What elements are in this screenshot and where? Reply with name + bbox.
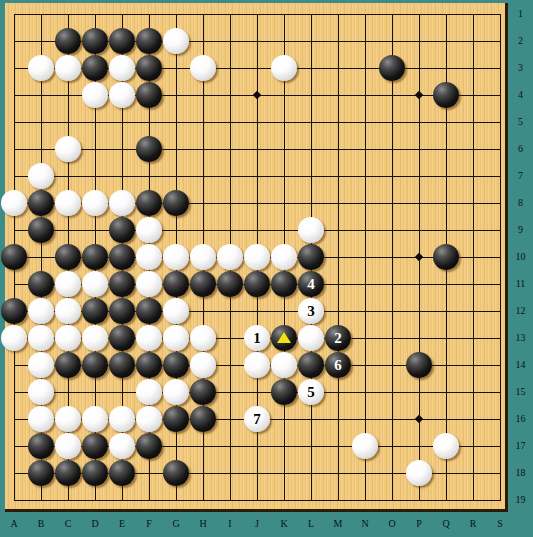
row-label-14: 14 xyxy=(510,359,531,371)
column-label-Q: Q xyxy=(439,517,453,530)
row-label-2: 2 xyxy=(510,35,531,47)
stone-white-J14[interactable] xyxy=(244,352,270,378)
column-label-C: C xyxy=(61,517,75,530)
move-number-3: 3 xyxy=(298,298,324,324)
stone-black-G16[interactable] xyxy=(163,406,189,432)
stone-white-E17[interactable] xyxy=(109,433,135,459)
stone-white-J13[interactable]: 1 xyxy=(244,325,270,351)
row-label-12: 12 xyxy=(510,305,531,317)
row-label-13: 13 xyxy=(510,332,531,344)
grid-line-horizontal-19 xyxy=(14,500,501,501)
star-point-P4 xyxy=(415,91,423,99)
stone-white-L15[interactable]: 5 xyxy=(298,379,324,405)
stone-white-C3[interactable] xyxy=(55,55,81,81)
stone-white-C8[interactable] xyxy=(55,190,81,216)
stone-black-D18[interactable] xyxy=(82,460,108,486)
stone-black-F6[interactable] xyxy=(136,136,162,162)
stone-black-G8[interactable] xyxy=(163,190,189,216)
stone-white-J16[interactable]: 7 xyxy=(244,406,270,432)
stone-white-L12[interactable]: 3 xyxy=(298,298,324,324)
stone-white-K14[interactable] xyxy=(271,352,297,378)
stone-white-E16[interactable] xyxy=(109,406,135,432)
column-label-N: N xyxy=(358,517,372,530)
column-label-R: R xyxy=(466,517,480,530)
row-label-19: 19 xyxy=(510,494,531,506)
stone-white-G12[interactable] xyxy=(163,298,189,324)
stone-white-D8[interactable] xyxy=(82,190,108,216)
stone-white-C12[interactable] xyxy=(55,298,81,324)
stone-white-B14[interactable] xyxy=(28,352,54,378)
stone-black-O3[interactable] xyxy=(379,55,405,81)
stone-white-D13[interactable] xyxy=(82,325,108,351)
column-label-E: E xyxy=(115,517,129,530)
grid-line-horizontal-15 xyxy=(14,392,501,393)
stone-black-H11[interactable] xyxy=(190,271,216,297)
stone-white-D11[interactable] xyxy=(82,271,108,297)
stone-black-Q4[interactable] xyxy=(433,82,459,108)
column-label-H: H xyxy=(196,517,210,530)
stone-black-P14[interactable] xyxy=(406,352,432,378)
row-label-18: 18 xyxy=(510,467,531,479)
stone-black-E10[interactable] xyxy=(109,244,135,270)
column-label-D: D xyxy=(88,517,102,530)
stone-black-L10[interactable] xyxy=(298,244,324,270)
star-point-P10 xyxy=(415,253,423,261)
column-label-J: J xyxy=(250,517,264,530)
stone-black-K15[interactable] xyxy=(271,379,297,405)
stone-white-H14[interactable] xyxy=(190,352,216,378)
stone-black-A12[interactable] xyxy=(1,298,27,324)
stone-white-C11[interactable] xyxy=(55,271,81,297)
grid-line-vertical-S xyxy=(500,14,501,501)
stone-black-B8[interactable] xyxy=(28,190,54,216)
stone-white-K3[interactable] xyxy=(271,55,297,81)
row-label-9: 9 xyxy=(510,224,531,236)
column-label-M: M xyxy=(331,517,345,530)
stone-white-C16[interactable] xyxy=(55,406,81,432)
row-label-8: 8 xyxy=(510,197,531,209)
stone-black-C14[interactable] xyxy=(55,352,81,378)
grid-line-vertical-M xyxy=(338,14,339,501)
move-number-2: 2 xyxy=(325,325,351,351)
stone-black-D2[interactable] xyxy=(82,28,108,54)
stone-black-I11[interactable] xyxy=(217,271,243,297)
column-label-G: G xyxy=(169,517,183,530)
stone-black-F8[interactable] xyxy=(136,190,162,216)
stone-white-B3[interactable] xyxy=(28,55,54,81)
stone-white-F15[interactable] xyxy=(136,379,162,405)
stone-black-E13[interactable] xyxy=(109,325,135,351)
stone-white-C13[interactable] xyxy=(55,325,81,351)
stone-white-F11[interactable] xyxy=(136,271,162,297)
move-number-4: 4 xyxy=(298,271,324,297)
grid-line-vertical-O xyxy=(392,14,393,501)
stone-white-F9[interactable] xyxy=(136,217,162,243)
star-point-P16 xyxy=(415,415,423,423)
stone-white-G13[interactable] xyxy=(163,325,189,351)
stone-black-E2[interactable] xyxy=(109,28,135,54)
stone-white-N17[interactable] xyxy=(352,433,378,459)
stone-white-E8[interactable] xyxy=(109,190,135,216)
stone-black-D12[interactable] xyxy=(82,298,108,324)
stone-black-H16[interactable] xyxy=(190,406,216,432)
triangle-marker-icon xyxy=(277,332,291,343)
column-label-K: K xyxy=(277,517,291,530)
stone-black-G11[interactable] xyxy=(163,271,189,297)
stone-black-J11[interactable] xyxy=(244,271,270,297)
row-label-7: 7 xyxy=(510,170,531,182)
move-number-1: 1 xyxy=(244,325,270,351)
stone-black-E9[interactable] xyxy=(109,217,135,243)
stone-white-H10[interactable] xyxy=(190,244,216,270)
stone-black-L14[interactable] xyxy=(298,352,324,378)
stone-black-F17[interactable] xyxy=(136,433,162,459)
goban[interactable]: 4312657 xyxy=(5,3,508,512)
stone-black-D14[interactable] xyxy=(82,352,108,378)
stone-black-D17[interactable] xyxy=(82,433,108,459)
stone-black-A10[interactable] xyxy=(1,244,27,270)
stone-white-Q17[interactable] xyxy=(433,433,459,459)
column-label-I: I xyxy=(223,517,237,530)
stone-black-M14[interactable]: 6 xyxy=(325,352,351,378)
stone-white-H3[interactable] xyxy=(190,55,216,81)
stone-white-F10[interactable] xyxy=(136,244,162,270)
stone-black-E18[interactable] xyxy=(109,460,135,486)
stone-black-F3[interactable] xyxy=(136,55,162,81)
row-label-17: 17 xyxy=(510,440,531,452)
row-label-5: 5 xyxy=(510,116,531,128)
stone-black-F2[interactable] xyxy=(136,28,162,54)
stone-black-E14[interactable] xyxy=(109,352,135,378)
row-label-4: 4 xyxy=(510,89,531,101)
stone-white-B15[interactable] xyxy=(28,379,54,405)
stone-white-L9[interactable] xyxy=(298,217,324,243)
stone-white-C6[interactable] xyxy=(55,136,81,162)
stone-black-G14[interactable] xyxy=(163,352,189,378)
stone-white-H13[interactable] xyxy=(190,325,216,351)
grid-line-vertical-N xyxy=(365,14,366,501)
stone-white-C17[interactable] xyxy=(55,433,81,459)
stone-black-B9[interactable] xyxy=(28,217,54,243)
stone-white-D4[interactable] xyxy=(82,82,108,108)
stone-black-E12[interactable] xyxy=(109,298,135,324)
row-label-11: 11 xyxy=(510,278,531,290)
stone-black-B11[interactable] xyxy=(28,271,54,297)
stone-black-K13[interactable] xyxy=(271,325,297,351)
column-label-B: B xyxy=(34,517,48,530)
row-label-10: 10 xyxy=(510,251,531,263)
stone-white-F13[interactable] xyxy=(136,325,162,351)
stone-black-G18[interactable] xyxy=(163,460,189,486)
stone-white-B16[interactable] xyxy=(28,406,54,432)
column-label-S: S xyxy=(493,517,507,530)
stone-white-G15[interactable] xyxy=(163,379,189,405)
stone-white-F16[interactable] xyxy=(136,406,162,432)
stone-black-L11[interactable]: 4 xyxy=(298,271,324,297)
go-diagram: 4312657 ABCDEFGHIJKLMNOPQRS 123456789101… xyxy=(0,0,533,537)
stone-black-M13[interactable]: 2 xyxy=(325,325,351,351)
stone-white-A8[interactable] xyxy=(1,190,27,216)
stone-black-C18[interactable] xyxy=(55,460,81,486)
stone-white-A13[interactable] xyxy=(1,325,27,351)
stone-white-E4[interactable] xyxy=(109,82,135,108)
column-label-P: P xyxy=(412,517,426,530)
stone-white-G10[interactable] xyxy=(163,244,189,270)
stone-black-D10[interactable] xyxy=(82,244,108,270)
stone-black-K11[interactable] xyxy=(271,271,297,297)
stone-white-G2[interactable] xyxy=(163,28,189,54)
column-label-O: O xyxy=(385,517,399,530)
stone-white-E3[interactable] xyxy=(109,55,135,81)
stone-black-E11[interactable] xyxy=(109,271,135,297)
stone-white-J10[interactable] xyxy=(244,244,270,270)
stone-black-C10[interactable] xyxy=(55,244,81,270)
stone-white-K10[interactable] xyxy=(271,244,297,270)
move-number-7: 7 xyxy=(244,406,270,432)
column-label-L: L xyxy=(304,517,318,530)
stone-white-P18[interactable] xyxy=(406,460,432,486)
move-number-6: 6 xyxy=(325,352,351,378)
stone-white-B12[interactable] xyxy=(28,298,54,324)
stone-black-B17[interactable] xyxy=(28,433,54,459)
stone-black-F4[interactable] xyxy=(136,82,162,108)
stone-black-Q10[interactable] xyxy=(433,244,459,270)
column-label-A: A xyxy=(7,517,21,530)
stone-black-D3[interactable] xyxy=(82,55,108,81)
stone-black-F12[interactable] xyxy=(136,298,162,324)
row-label-3: 3 xyxy=(510,62,531,74)
column-label-F: F xyxy=(142,517,156,530)
stone-black-H15[interactable] xyxy=(190,379,216,405)
row-label-15: 15 xyxy=(510,386,531,398)
stone-black-B18[interactable] xyxy=(28,460,54,486)
star-point-J4 xyxy=(253,91,261,99)
stone-white-B13[interactable] xyxy=(28,325,54,351)
row-label-1: 1 xyxy=(510,8,531,20)
grid-line-vertical-R xyxy=(473,14,474,501)
stone-white-I10[interactable] xyxy=(217,244,243,270)
stone-white-D16[interactable] xyxy=(82,406,108,432)
row-label-6: 6 xyxy=(510,143,531,155)
stone-white-B7[interactable] xyxy=(28,163,54,189)
stone-black-C2[interactable] xyxy=(55,28,81,54)
stone-white-L13[interactable] xyxy=(298,325,324,351)
move-number-5: 5 xyxy=(298,379,324,405)
stone-black-F14[interactable] xyxy=(136,352,162,378)
row-label-16: 16 xyxy=(510,413,531,425)
